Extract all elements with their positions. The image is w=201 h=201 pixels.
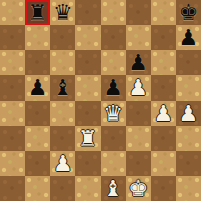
- black-king-piece[interactable]: ♚: [179, 0, 199, 25]
- white-rook-piece[interactable]: ♜: [78, 126, 98, 151]
- square-f7[interactable]: [126, 25, 151, 50]
- square-a1[interactable]: [0, 176, 25, 201]
- square-e5[interactable]: ♟: [101, 75, 126, 100]
- square-e1[interactable]: ♝: [101, 176, 126, 201]
- square-e2[interactable]: [101, 151, 126, 176]
- square-d2[interactable]: [75, 151, 100, 176]
- square-a5[interactable]: [0, 75, 25, 100]
- square-g3[interactable]: [151, 126, 176, 151]
- square-d5[interactable]: [75, 75, 100, 100]
- square-d4[interactable]: [75, 101, 100, 126]
- square-d1[interactable]: [75, 176, 100, 201]
- square-h2[interactable]: [176, 151, 201, 176]
- square-e4[interactable]: ♛: [101, 101, 126, 126]
- square-e6[interactable]: [101, 50, 126, 75]
- square-a8[interactable]: [0, 0, 25, 25]
- black-queen-piece[interactable]: ♛: [53, 0, 73, 25]
- square-h6[interactable]: [176, 50, 201, 75]
- square-b5[interactable]: ♟: [25, 75, 50, 100]
- square-h8[interactable]: ♚: [176, 0, 201, 25]
- square-g5[interactable]: [151, 75, 176, 100]
- square-a4[interactable]: [0, 101, 25, 126]
- white-pawn-piece[interactable]: ♟: [53, 151, 73, 176]
- white-pawn-piece[interactable]: ♟: [179, 101, 199, 126]
- square-c3[interactable]: [50, 126, 75, 151]
- square-c7[interactable]: [50, 25, 75, 50]
- square-f8[interactable]: [126, 0, 151, 25]
- square-f6[interactable]: ♟: [126, 50, 151, 75]
- square-b7[interactable]: [25, 25, 50, 50]
- square-g4[interactable]: ♟: [151, 101, 176, 126]
- square-f1[interactable]: ♚: [126, 176, 151, 201]
- square-e7[interactable]: [101, 25, 126, 50]
- black-bishop-piece[interactable]: ♝: [53, 75, 73, 100]
- square-f3[interactable]: [126, 126, 151, 151]
- square-b8[interactable]: ♜: [25, 0, 50, 25]
- square-e3[interactable]: [101, 126, 126, 151]
- square-f4[interactable]: [126, 101, 151, 126]
- square-f5[interactable]: ♟: [126, 75, 151, 100]
- square-c1[interactable]: [50, 176, 75, 201]
- square-g2[interactable]: [151, 151, 176, 176]
- square-h7[interactable]: ♟: [176, 25, 201, 50]
- square-f2[interactable]: [126, 151, 151, 176]
- white-pawn-piece[interactable]: ♟: [128, 75, 148, 100]
- square-a2[interactable]: [0, 151, 25, 176]
- square-e8[interactable]: [101, 0, 126, 25]
- square-a7[interactable]: [0, 25, 25, 50]
- white-king-piece[interactable]: ♚: [128, 176, 148, 201]
- square-c2[interactable]: ♟: [50, 151, 75, 176]
- square-a6[interactable]: [0, 50, 25, 75]
- square-h4[interactable]: ♟: [176, 101, 201, 126]
- square-h5[interactable]: [176, 75, 201, 100]
- white-pawn-piece[interactable]: ♟: [153, 101, 173, 126]
- square-g7[interactable]: [151, 25, 176, 50]
- square-c6[interactable]: [50, 50, 75, 75]
- square-a3[interactable]: [0, 126, 25, 151]
- black-pawn-piece[interactable]: ♟: [179, 25, 199, 50]
- square-g8[interactable]: [151, 0, 176, 25]
- black-pawn-piece[interactable]: ♟: [103, 75, 123, 100]
- square-b3[interactable]: [25, 126, 50, 151]
- square-d7[interactable]: [75, 25, 100, 50]
- square-g1[interactable]: [151, 176, 176, 201]
- square-h3[interactable]: [176, 126, 201, 151]
- black-pawn-piece[interactable]: ♟: [28, 75, 48, 100]
- black-pawn-piece[interactable]: ♟: [128, 50, 148, 75]
- chess-board: ♜♛♚♟♟♟♝♟♟♛♟♟♜♟♝♚: [0, 0, 201, 201]
- square-g6[interactable]: [151, 50, 176, 75]
- square-b4[interactable]: [25, 101, 50, 126]
- square-c4[interactable]: [50, 101, 75, 126]
- square-d3[interactable]: ♜: [75, 126, 100, 151]
- square-c5[interactable]: ♝: [50, 75, 75, 100]
- square-d8[interactable]: [75, 0, 100, 25]
- white-bishop-piece[interactable]: ♝: [103, 176, 123, 201]
- square-b6[interactable]: [25, 50, 50, 75]
- square-d6[interactable]: [75, 50, 100, 75]
- square-b2[interactable]: [25, 151, 50, 176]
- square-c8[interactable]: ♛: [50, 0, 75, 25]
- square-b1[interactable]: [25, 176, 50, 201]
- square-h1[interactable]: [176, 176, 201, 201]
- white-queen-piece[interactable]: ♛: [103, 101, 123, 126]
- black-rook-piece[interactable]: ♜: [28, 0, 48, 25]
